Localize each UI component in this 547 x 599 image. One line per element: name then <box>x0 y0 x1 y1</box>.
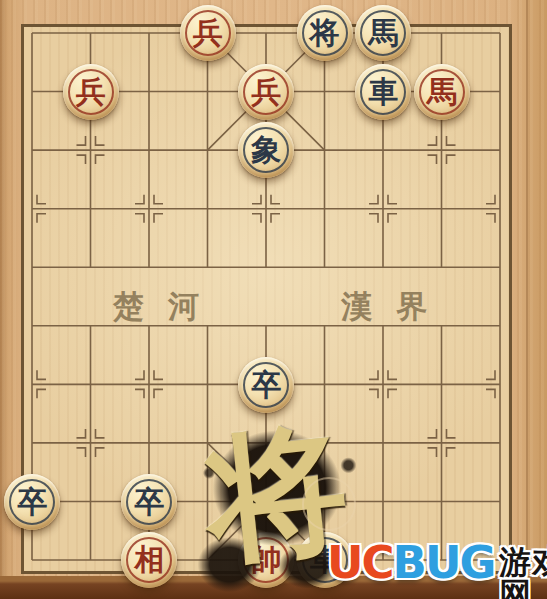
piece-ring <box>243 362 289 408</box>
piece-ring <box>302 10 348 56</box>
piece-ring <box>185 10 231 56</box>
piece-ring <box>126 479 172 525</box>
piece-black-soldier[interactable]: 卒 <box>238 357 294 413</box>
piece-red-horse[interactable]: 馬 <box>414 64 470 120</box>
piece-black-general[interactable]: 将 <box>297 5 353 61</box>
piece-ring <box>302 537 348 583</box>
piece-ring <box>360 69 406 115</box>
piece-ring <box>360 10 406 56</box>
piece-black-chariot[interactable]: 車 <box>297 532 353 588</box>
piece-red-soldier[interactable]: 兵 <box>180 5 236 61</box>
piece-red-general[interactable]: 帥 <box>238 532 294 588</box>
piece-ring <box>243 537 289 583</box>
piece-layer: 兵将馬兵兵車馬象卒卒卒相帥車 <box>3 4 530 589</box>
piece-black-soldier[interactable]: 卒 <box>4 474 60 530</box>
piece-black-elephant[interactable]: 象 <box>238 122 294 178</box>
piece-black-horse[interactable]: 馬 <box>355 5 411 61</box>
piece-ring <box>9 479 55 525</box>
piece-ring <box>419 69 465 115</box>
piece-black-chariot[interactable]: 車 <box>355 64 411 120</box>
piece-ring <box>243 127 289 173</box>
piece-red-elephant[interactable]: 相 <box>121 532 177 588</box>
piece-red-soldier[interactable]: 兵 <box>238 64 294 120</box>
piece-ring <box>243 69 289 115</box>
piece-ring <box>68 69 114 115</box>
piece-ring <box>126 537 172 583</box>
piece-red-soldier[interactable]: 兵 <box>63 64 119 120</box>
piece-black-soldier[interactable]: 卒 <box>121 474 177 530</box>
xiangqi-game-screen: 楚河 漢界 兵将馬兵兵車馬象卒卒卒相帥車 将 UCBUG 游戏网 .com <box>0 0 547 599</box>
